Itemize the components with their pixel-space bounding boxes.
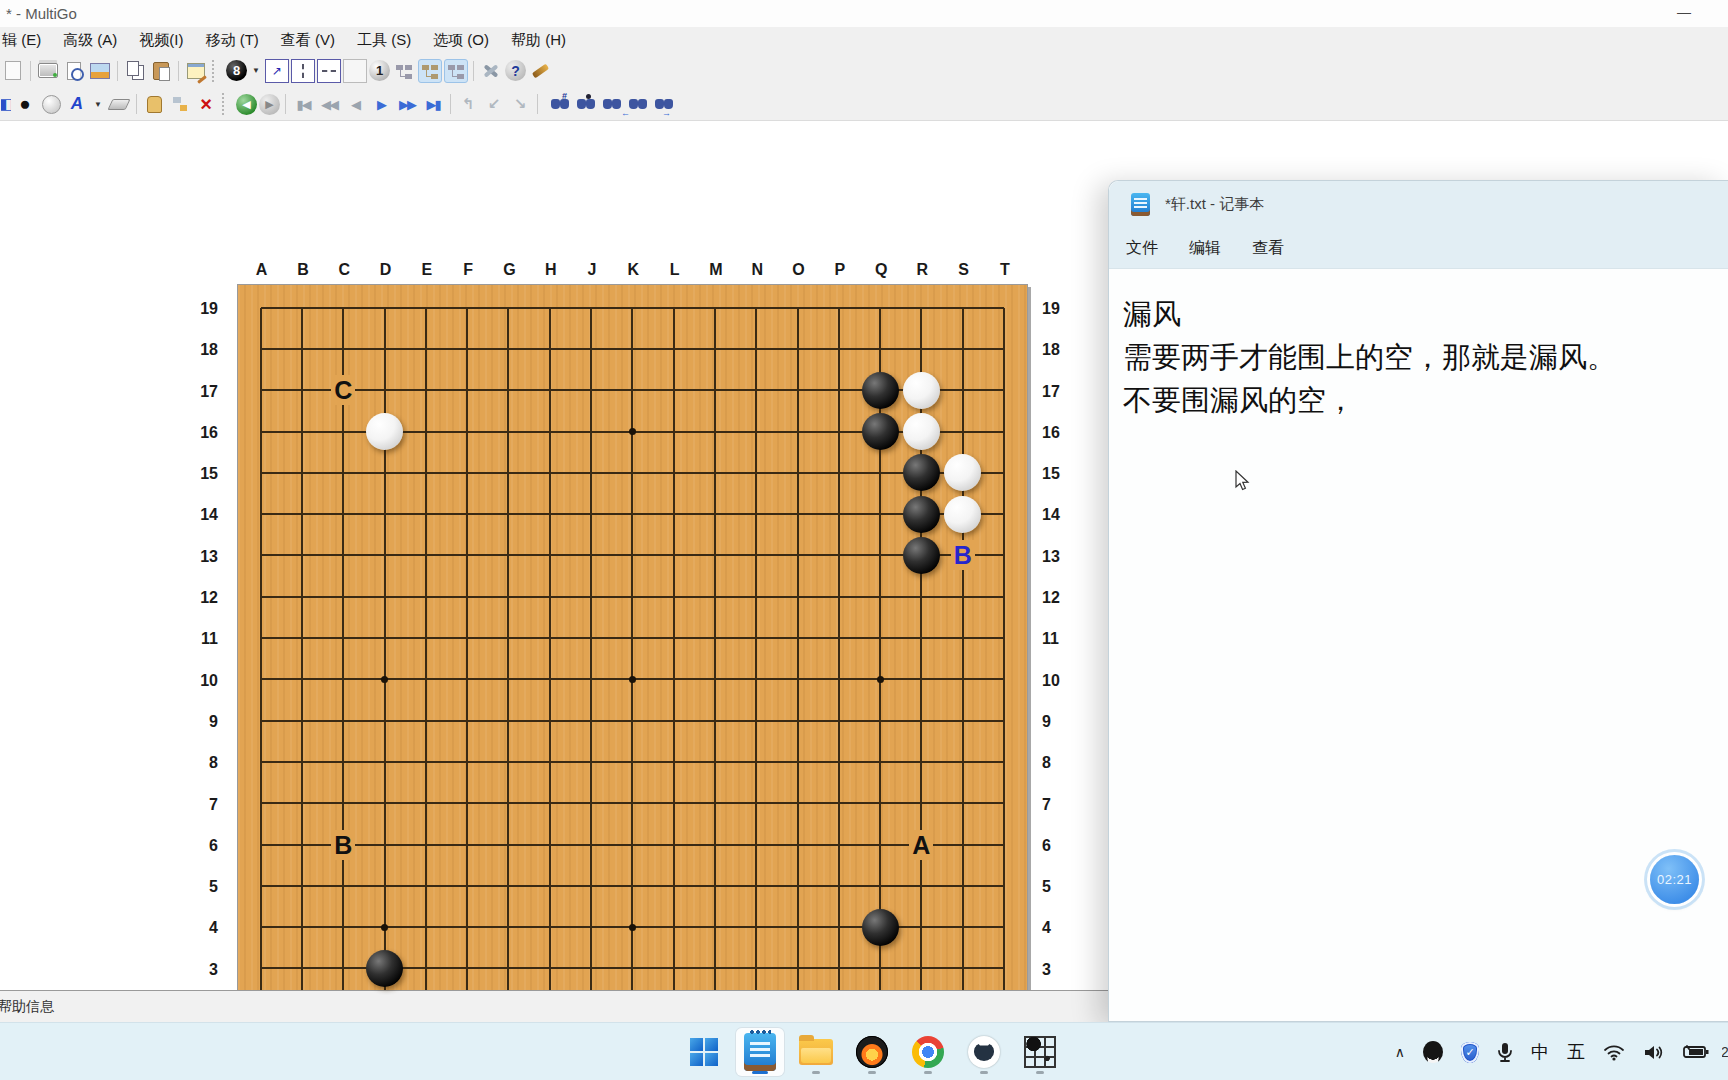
point-S18[interactable]	[942, 328, 983, 369]
point-A18[interactable]	[240, 328, 281, 369]
point-N14[interactable]	[736, 493, 777, 534]
point-F3[interactable]	[446, 948, 487, 989]
next-move-icon[interactable]: ▶	[369, 92, 393, 116]
find-move-number-icon[interactable]	[543, 92, 567, 116]
point-A6[interactable]	[240, 824, 281, 865]
point-M15[interactable]	[694, 452, 735, 493]
point-B8[interactable]	[281, 741, 322, 782]
point-K11[interactable]	[612, 617, 653, 658]
point-A13[interactable]	[240, 535, 281, 576]
point-L7[interactable]	[653, 783, 694, 824]
timer-bubble[interactable]: 02:21	[1650, 855, 1699, 904]
point-S7[interactable]	[942, 783, 983, 824]
point-R3[interactable]	[901, 948, 942, 989]
point-O12[interactable]	[777, 576, 818, 617]
point-O18[interactable]	[777, 328, 818, 369]
search-next-icon[interactable]	[647, 92, 671, 116]
point-E16[interactable]	[405, 411, 446, 452]
point-Q15[interactable]	[859, 452, 900, 493]
point-E6[interactable]	[405, 824, 446, 865]
point-P5[interactable]	[818, 865, 859, 906]
point-T15[interactable]	[983, 452, 1024, 493]
security-shield-icon[interactable]: ✓	[1461, 1042, 1479, 1063]
point-K15[interactable]	[612, 452, 653, 493]
github-app[interactable]	[960, 1028, 1008, 1076]
point-L13[interactable]	[653, 535, 694, 576]
point-E14[interactable]	[405, 493, 446, 534]
point-P6[interactable]	[818, 824, 859, 865]
point-P14[interactable]	[818, 493, 859, 534]
point-B16[interactable]	[281, 411, 322, 452]
point-A12[interactable]	[240, 576, 281, 617]
point-H8[interactable]	[529, 741, 570, 782]
point-D3[interactable]	[364, 948, 405, 989]
up-level-icon[interactable]: ↰	[456, 92, 480, 116]
flame-app[interactable]	[848, 1028, 896, 1076]
point-P16[interactable]	[818, 411, 859, 452]
point-M3[interactable]	[694, 948, 735, 989]
point-Q18[interactable]	[859, 328, 900, 369]
point-K19[interactable]	[612, 287, 653, 328]
point-D6[interactable]	[364, 824, 405, 865]
point-E12[interactable]	[405, 576, 446, 617]
point-G11[interactable]	[488, 617, 529, 658]
start-button[interactable]	[680, 1028, 728, 1076]
point-N19[interactable]	[736, 287, 777, 328]
point-D9[interactable]	[364, 700, 405, 741]
point-Q17[interactable]	[859, 370, 900, 411]
jump-to-move-icon[interactable]: ↗	[265, 59, 289, 83]
point-B10[interactable]	[281, 659, 322, 700]
point-N6[interactable]	[736, 824, 777, 865]
point-K3[interactable]	[612, 948, 653, 989]
point-A7[interactable]	[240, 783, 281, 824]
point-F4[interactable]	[446, 906, 487, 947]
point-S5[interactable]	[942, 865, 983, 906]
point-P11[interactable]	[818, 617, 859, 658]
print-icon[interactable]	[36, 59, 60, 83]
point-K10[interactable]	[612, 659, 653, 700]
point-G15[interactable]	[488, 452, 529, 493]
variation-box-icon[interactable]	[291, 59, 315, 83]
prev-move-icon[interactable]: ◀	[343, 92, 367, 116]
point-R11[interactable]	[901, 617, 942, 658]
mark-box-icon[interactable]	[343, 59, 367, 83]
multigo-app[interactable]	[1016, 1028, 1064, 1076]
menu-tools[interactable]: 工具 (S)	[346, 31, 422, 50]
point-A17[interactable]	[240, 370, 281, 411]
point-S8[interactable]	[942, 741, 983, 782]
point-H16[interactable]	[529, 411, 570, 452]
menu-help[interactable]: 帮助 (H)	[500, 31, 577, 50]
point-L9[interactable]	[653, 700, 694, 741]
point-N11[interactable]	[736, 617, 777, 658]
menu-view[interactable]: 查看 (V)	[270, 31, 346, 50]
point-Q12[interactable]	[859, 576, 900, 617]
point-Q16[interactable]	[859, 411, 900, 452]
point-H6[interactable]	[529, 824, 570, 865]
point-N3[interactable]	[736, 948, 777, 989]
point-G5[interactable]	[488, 865, 529, 906]
point-O15[interactable]	[777, 452, 818, 493]
point-S6[interactable]	[942, 824, 983, 865]
point-F14[interactable]	[446, 493, 487, 534]
point-G18[interactable]	[488, 328, 529, 369]
point-T13[interactable]	[983, 535, 1024, 576]
point-T17[interactable]	[983, 370, 1024, 411]
point-M6[interactable]	[694, 824, 735, 865]
point-P8[interactable]	[818, 741, 859, 782]
point-B3[interactable]	[281, 948, 322, 989]
point-R4[interactable]	[901, 906, 942, 947]
point-G8[interactable]	[488, 741, 529, 782]
search-prev-icon[interactable]	[621, 92, 645, 116]
point-F5[interactable]	[446, 865, 487, 906]
point-B9[interactable]	[281, 700, 322, 741]
point-A14[interactable]	[240, 493, 281, 534]
clock-partial[interactable]: 2	[1722, 1044, 1728, 1060]
point-D5[interactable]	[364, 865, 405, 906]
qq-icon[interactable]	[1423, 1041, 1443, 1063]
point-J7[interactable]	[570, 783, 611, 824]
point-A15[interactable]	[240, 452, 281, 493]
point-J16[interactable]	[570, 411, 611, 452]
point-T7[interactable]	[983, 783, 1024, 824]
point-M4[interactable]	[694, 906, 735, 947]
point-Q5[interactable]	[859, 865, 900, 906]
point-K17[interactable]	[612, 370, 653, 411]
chevron-up-icon[interactable]: ∧	[1395, 1044, 1405, 1060]
point-B19[interactable]	[281, 287, 322, 328]
point-H14[interactable]	[529, 493, 570, 534]
point-M14[interactable]	[694, 493, 735, 534]
point-L11[interactable]	[653, 617, 694, 658]
point-F16[interactable]	[446, 411, 487, 452]
point-L4[interactable]	[653, 906, 694, 947]
menu-options[interactable]: 选项 (O)	[422, 31, 500, 50]
point-C13[interactable]	[323, 535, 364, 576]
point-H7[interactable]	[529, 783, 570, 824]
point-G4[interactable]	[488, 906, 529, 947]
point-L10[interactable]	[653, 659, 694, 700]
new-doc-icon[interactable]	[1, 59, 25, 83]
point-J6[interactable]	[570, 824, 611, 865]
point-E15[interactable]	[405, 452, 446, 493]
menu-advanced[interactable]: 高级 (A)	[52, 31, 128, 50]
menu-edit[interactable]: 辑 (E)	[0, 31, 52, 50]
point-F15[interactable]	[446, 452, 487, 493]
point-D7[interactable]	[364, 783, 405, 824]
point-D17[interactable]	[364, 370, 405, 411]
point-C3[interactable]	[323, 948, 364, 989]
point-F9[interactable]	[446, 700, 487, 741]
point-O7[interactable]	[777, 783, 818, 824]
point-K8[interactable]	[612, 741, 653, 782]
point-M16[interactable]	[694, 411, 735, 452]
point-H10[interactable]	[529, 659, 570, 700]
point-O3[interactable]	[777, 948, 818, 989]
point-N10[interactable]	[736, 659, 777, 700]
point-R13[interactable]	[901, 535, 942, 576]
point-N9[interactable]	[736, 700, 777, 741]
point-P19[interactable]	[818, 287, 859, 328]
point-C11[interactable]	[323, 617, 364, 658]
point-P3[interactable]	[818, 948, 859, 989]
point-F11[interactable]	[446, 617, 487, 658]
move-number-ball-icon[interactable]: 8	[226, 60, 247, 81]
point-S11[interactable]	[942, 617, 983, 658]
point-B7[interactable]	[281, 783, 322, 824]
point-B17[interactable]	[281, 370, 322, 411]
point-K14[interactable]	[612, 493, 653, 534]
tree2-active-icon[interactable]	[444, 59, 468, 83]
point-H5[interactable]	[529, 865, 570, 906]
chrome-app[interactable]	[904, 1028, 952, 1076]
point-C19[interactable]	[323, 287, 364, 328]
point-H15[interactable]	[529, 452, 570, 493]
point-C15[interactable]	[323, 452, 364, 493]
point-A3[interactable]	[240, 948, 281, 989]
point-M18[interactable]	[694, 328, 735, 369]
point-M12[interactable]	[694, 576, 735, 617]
point-F6[interactable]	[446, 824, 487, 865]
point-E17[interactable]	[405, 370, 446, 411]
point-L18[interactable]	[653, 328, 694, 369]
point-Q4[interactable]	[859, 906, 900, 947]
point-Q3[interactable]	[859, 948, 900, 989]
point-M19[interactable]	[694, 287, 735, 328]
point-O14[interactable]	[777, 493, 818, 534]
point-N18[interactable]	[736, 328, 777, 369]
point-C16[interactable]	[323, 411, 364, 452]
point-Q10[interactable]	[859, 659, 900, 700]
point-P18[interactable]	[818, 328, 859, 369]
first-move-icon[interactable]: ▮◀	[291, 92, 315, 116]
point-D19[interactable]	[364, 287, 405, 328]
point-E19[interactable]	[405, 287, 446, 328]
brush-icon[interactable]	[528, 59, 552, 83]
point-C7[interactable]	[323, 783, 364, 824]
menu-move[interactable]: 移动 (T)	[195, 31, 270, 50]
point-J12[interactable]	[570, 576, 611, 617]
point-T18[interactable]	[983, 328, 1024, 369]
point-S3[interactable]	[942, 948, 983, 989]
point-T9[interactable]	[983, 700, 1024, 741]
export-image-icon[interactable]	[88, 59, 112, 83]
point-O17[interactable]	[777, 370, 818, 411]
point-S9[interactable]	[942, 700, 983, 741]
battery-icon[interactable]	[1683, 1045, 1709, 1059]
tree-active-icon[interactable]	[418, 59, 442, 83]
point-J4[interactable]	[570, 906, 611, 947]
point-T16[interactable]	[983, 411, 1024, 452]
point-C6[interactable]: B	[323, 824, 364, 865]
point-D10[interactable]	[364, 659, 405, 700]
point-O5[interactable]	[777, 865, 818, 906]
point-D15[interactable]	[364, 452, 405, 493]
point-H3[interactable]	[529, 948, 570, 989]
point-F10[interactable]	[446, 659, 487, 700]
point-G13[interactable]	[488, 535, 529, 576]
notepad-menu-view[interactable]: 查看	[1252, 238, 1284, 259]
point-K7[interactable]	[612, 783, 653, 824]
point-K4[interactable]	[612, 906, 653, 947]
point-P17[interactable]	[818, 370, 859, 411]
point-F7[interactable]	[446, 783, 487, 824]
fast-forward-icon[interactable]: ▶▶	[395, 92, 419, 116]
next-branch-icon[interactable]: ↘	[508, 92, 532, 116]
point-T8[interactable]	[983, 741, 1024, 782]
point-E5[interactable]	[405, 865, 446, 906]
point-S17[interactable]	[942, 370, 983, 411]
point-P4[interactable]	[818, 906, 859, 947]
point-R14[interactable]	[901, 493, 942, 534]
point-A16[interactable]	[240, 411, 281, 452]
point-C18[interactable]	[323, 328, 364, 369]
clipped-icon[interactable]: ◧	[1, 92, 11, 116]
point-R17[interactable]	[901, 370, 942, 411]
point-H13[interactable]	[529, 535, 570, 576]
point-N4[interactable]	[736, 906, 777, 947]
point-R10[interactable]	[901, 659, 942, 700]
point-P15[interactable]	[818, 452, 859, 493]
go-forward-icon[interactable]: ▶	[259, 94, 280, 115]
point-C8[interactable]	[323, 741, 364, 782]
point-B12[interactable]	[281, 576, 322, 617]
point-M17[interactable]	[694, 370, 735, 411]
fast-back-icon[interactable]: ◀◀	[317, 92, 341, 116]
point-M7[interactable]	[694, 783, 735, 824]
file-explorer-app[interactable]	[792, 1028, 840, 1076]
point-G14[interactable]	[488, 493, 529, 534]
point-Q11[interactable]	[859, 617, 900, 658]
point-P9[interactable]	[818, 700, 859, 741]
point-R16[interactable]	[901, 411, 942, 452]
point-S15[interactable]	[942, 452, 983, 493]
point-A5[interactable]	[240, 865, 281, 906]
point-S14[interactable]	[942, 493, 983, 534]
ime-chinese-indicator[interactable]: 中	[1531, 1040, 1549, 1064]
paste-icon[interactable]	[149, 59, 173, 83]
point-G3[interactable]	[488, 948, 529, 989]
point-F17[interactable]	[446, 370, 487, 411]
volume-icon[interactable]	[1643, 1044, 1665, 1061]
black-stone-icon[interactable]: ●	[13, 92, 37, 116]
point-R15[interactable]	[901, 452, 942, 493]
point-S10[interactable]	[942, 659, 983, 700]
find-point-icon[interactable]	[569, 92, 593, 116]
point-L16[interactable]	[653, 411, 694, 452]
point-G6[interactable]	[488, 824, 529, 865]
point-N12[interactable]	[736, 576, 777, 617]
point-B18[interactable]	[281, 328, 322, 369]
point-J14[interactable]	[570, 493, 611, 534]
search-icon[interactable]	[595, 92, 619, 116]
move-one-ball-icon[interactable]: 1	[369, 60, 390, 81]
point-K12[interactable]	[612, 576, 653, 617]
point-D16[interactable]	[364, 411, 405, 452]
point-L17[interactable]	[653, 370, 694, 411]
point-H17[interactable]	[529, 370, 570, 411]
point-R18[interactable]	[901, 328, 942, 369]
point-T4[interactable]	[983, 906, 1024, 947]
point-R19[interactable]	[901, 287, 942, 328]
point-D14[interactable]	[364, 493, 405, 534]
point-B13[interactable]	[281, 535, 322, 576]
point-G16[interactable]	[488, 411, 529, 452]
point-J17[interactable]	[570, 370, 611, 411]
point-B15[interactable]	[281, 452, 322, 493]
point-J15[interactable]	[570, 452, 611, 493]
point-N16[interactable]	[736, 411, 777, 452]
point-L14[interactable]	[653, 493, 694, 534]
wifi-icon[interactable]	[1603, 1044, 1625, 1061]
point-K9[interactable]	[612, 700, 653, 741]
point-M10[interactable]	[694, 659, 735, 700]
point-R12[interactable]	[901, 576, 942, 617]
point-J8[interactable]	[570, 741, 611, 782]
point-O13[interactable]	[777, 535, 818, 576]
point-D8[interactable]	[364, 741, 405, 782]
point-S13[interactable]: B	[942, 535, 983, 576]
delete-icon[interactable]: ×	[194, 92, 218, 116]
point-D12[interactable]	[364, 576, 405, 617]
point-T10[interactable]	[983, 659, 1024, 700]
point-D11[interactable]	[364, 617, 405, 658]
point-K13[interactable]	[612, 535, 653, 576]
point-A11[interactable]	[240, 617, 281, 658]
point-O19[interactable]	[777, 287, 818, 328]
point-R5[interactable]	[901, 865, 942, 906]
point-J3[interactable]	[570, 948, 611, 989]
point-D18[interactable]	[364, 328, 405, 369]
point-L6[interactable]	[653, 824, 694, 865]
point-O8[interactable]	[777, 741, 818, 782]
point-E10[interactable]	[405, 659, 446, 700]
go-back-icon[interactable]: ◀	[236, 94, 257, 115]
help-ball-icon[interactable]: ?	[505, 60, 526, 81]
point-N17[interactable]	[736, 370, 777, 411]
point-K16[interactable]	[612, 411, 653, 452]
point-J11[interactable]	[570, 617, 611, 658]
point-Q14[interactable]	[859, 493, 900, 534]
point-E3[interactable]	[405, 948, 446, 989]
microphone-icon[interactable]	[1497, 1041, 1513, 1063]
point-E18[interactable]	[405, 328, 446, 369]
tree-icon[interactable]	[392, 59, 416, 83]
minimize-button[interactable]: —	[1662, 0, 1706, 26]
point-E9[interactable]	[405, 700, 446, 741]
point-C4[interactable]	[323, 906, 364, 947]
point-J9[interactable]	[570, 700, 611, 741]
point-G10[interactable]	[488, 659, 529, 700]
notepad-titlebar[interactable]: *轩.txt - 记事本	[1109, 181, 1728, 229]
eraser-icon[interactable]	[107, 92, 131, 116]
point-A10[interactable]	[240, 659, 281, 700]
point-Q9[interactable]	[859, 700, 900, 741]
point-T14[interactable]	[983, 493, 1024, 534]
point-B4[interactable]	[281, 906, 322, 947]
point-F8[interactable]	[446, 741, 487, 782]
point-F19[interactable]	[446, 287, 487, 328]
point-G19[interactable]	[488, 287, 529, 328]
point-H11[interactable]	[529, 617, 570, 658]
point-M8[interactable]	[694, 741, 735, 782]
point-C9[interactable]	[323, 700, 364, 741]
point-B5[interactable]	[281, 865, 322, 906]
point-P10[interactable]	[818, 659, 859, 700]
point-A4[interactable]	[240, 906, 281, 947]
